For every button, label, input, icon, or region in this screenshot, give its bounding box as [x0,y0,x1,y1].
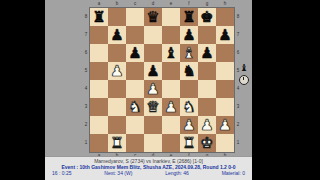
black-pawn: ♟ [182,26,195,44]
black-queen: ♛ [146,8,159,26]
square-b8 [108,8,126,26]
square-e6: ♝ [162,44,180,62]
white-pawn: ♟ [164,98,177,116]
square-d3: ♛ [144,98,162,116]
square-b3 [108,98,126,116]
square-a8: ♜ [90,8,108,26]
square-d5: ♟ [144,62,162,80]
square-c7 [126,26,144,44]
pillarbox-left [0,0,45,180]
square-e4 [162,80,180,98]
square-g3 [198,98,216,116]
pillarbox-right [252,0,320,180]
white-knight: ♞ [182,98,195,116]
file-label-h: h [216,1,234,7]
black-pawn: ♟ [200,44,213,62]
rank-label-5: 5 [83,62,89,80]
clock-icon [239,75,249,85]
square-f1: ♜ [180,134,198,152]
white-rook: ♜ [110,134,123,152]
square-d8: ♛ [144,8,162,26]
white-bishop: ♝ [182,44,195,62]
rank-label-7: 7 [235,26,241,44]
rank-label-6: 6 [235,44,241,62]
square-h3 [216,98,234,116]
square-e3: ♟ [162,98,180,116]
video-frame: abcdefgh abcdefgh 87654321 87654321 ♜♛♜♚… [0,0,320,180]
square-e1 [162,134,180,152]
rank-label-1: 1 [83,134,89,152]
status-material: Material: 0 [222,170,245,176]
status-line: 16 : 0:25 Next: 34 (W) Length: 46 Materi… [45,170,252,176]
black-pawn: ♟ [128,44,141,62]
white-pawn: ♟ [110,62,123,80]
square-a2 [90,116,108,134]
rank-label-7: 7 [83,26,89,44]
side-indicators: ♝ [238,62,250,85]
file-label-f: f [180,1,198,7]
rank-label-1: 1 [235,134,241,152]
square-d4: ♟ [144,80,162,98]
square-f2: ♟ [180,116,198,134]
square-d2 [144,116,162,134]
rank-label-6: 6 [83,44,89,62]
black-pawn: ♟ [110,26,123,44]
square-h8 [216,8,234,26]
rank-label-3: 3 [83,98,89,116]
square-g6: ♟ [198,44,216,62]
square-f7: ♟ [180,26,198,44]
black-pawn: ♟ [218,26,231,44]
square-c3: ♞ [126,98,144,116]
white-pawn: ♟ [200,116,213,134]
square-a7 [90,26,108,44]
square-c8 [126,8,144,26]
square-g8: ♚ [198,8,216,26]
white-rook: ♜ [182,134,195,152]
square-d1 [144,134,162,152]
rank-label-3: 3 [235,98,241,116]
square-e2 [162,116,180,134]
square-e7 [162,26,180,44]
square-a6 [90,44,108,62]
square-c5 [126,62,144,80]
square-d6 [144,44,162,62]
file-label-e: e [162,1,180,7]
square-f5: ♞ [180,62,198,80]
square-e5 [162,62,180,80]
material-bishop-icon: ♝ [240,62,249,73]
file-label-g: g [198,1,216,7]
white-king: ♚ [200,134,213,152]
rank-label-4: 4 [83,80,89,98]
white-pawn: ♟ [218,116,231,134]
black-rook: ♜ [182,8,195,26]
square-a5 [90,62,108,80]
square-c4 [126,80,144,98]
black-bishop: ♝ [164,44,177,62]
square-a3 [90,98,108,116]
square-a4 [90,80,108,98]
white-knight: ♞ [128,98,141,116]
square-f4 [180,80,198,98]
black-pawn: ♟ [146,62,159,80]
white-pawn: ♟ [182,116,195,134]
square-b1: ♜ [108,134,126,152]
square-h6 [216,44,234,62]
rank-label-2: 2 [235,116,241,134]
caption-strip: Mamedyarov, S (2734) vs Inarkiev, E (268… [45,156,252,180]
square-b7: ♟ [108,26,126,44]
white-pawn: ♟ [146,80,159,98]
square-b4 [108,80,126,98]
square-g7 [198,26,216,44]
square-g4 [198,80,216,98]
square-h2: ♟ [216,116,234,134]
black-rook: ♜ [92,8,105,26]
white-queen: ♛ [146,98,159,116]
status-clock: 16 : 0:25 [52,170,71,176]
square-b2 [108,116,126,134]
square-e8 [162,8,180,26]
file-label-b: b [108,1,126,7]
black-king: ♚ [200,8,213,26]
square-h4 [216,80,234,98]
file-label-a: a [90,1,108,7]
rank-label-8: 8 [83,8,89,26]
status-next: Next: 34 (W) [104,170,132,176]
square-b6 [108,44,126,62]
square-g5 [198,62,216,80]
square-h7: ♟ [216,26,234,44]
file-label-d: d [144,1,162,7]
square-f3: ♞ [180,98,198,116]
status-length: Length: 46 [165,170,189,176]
square-b5: ♟ [108,62,126,80]
square-c1 [126,134,144,152]
square-c6: ♟ [126,44,144,62]
square-h5 [216,62,234,80]
rank-labels-left: 87654321 [83,8,89,152]
square-g2: ♟ [198,116,216,134]
square-a1 [90,134,108,152]
file-label-c: c [126,1,144,7]
square-f8: ♜ [180,8,198,26]
rank-label-2: 2 [83,116,89,134]
square-h1 [216,134,234,152]
square-g1: ♚ [198,134,216,152]
rank-label-8: 8 [235,8,241,26]
chess-board: ♜♛♜♚♟♟♟♟♝♝♟♟♟♞♟♞♛♟♞♟♟♟♜♜♚ [90,8,234,152]
file-labels-top: abcdefgh [90,1,234,7]
black-knight: ♞ [182,62,195,80]
square-d7 [144,26,162,44]
square-f6: ♝ [180,44,198,62]
square-c2 [126,116,144,134]
